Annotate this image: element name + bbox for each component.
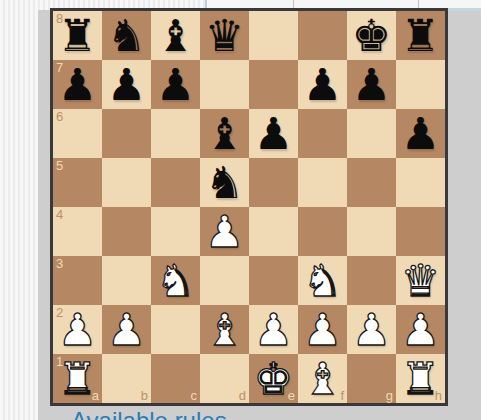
square-h1[interactable]: h♜ — [396, 354, 445, 403]
square-d3[interactable] — [200, 256, 249, 305]
square-e3[interactable] — [249, 256, 298, 305]
square-h3[interactable]: ♛ — [396, 256, 445, 305]
square-d8[interactable]: ♛ — [200, 11, 249, 60]
square-b1[interactable]: b — [102, 354, 151, 403]
square-c2[interactable] — [151, 305, 200, 354]
black-pawn-piece[interactable]: ♟ — [151, 60, 200, 109]
square-h4[interactable] — [396, 207, 445, 256]
square-c3[interactable]: ♞ — [151, 256, 200, 305]
rank-label: 6 — [56, 110, 63, 123]
black-knight-piece[interactable]: ♞ — [102, 11, 151, 60]
black-pawn-piece[interactable]: ♟ — [298, 60, 347, 109]
square-b7[interactable]: ♟ — [102, 60, 151, 109]
rank-label: 4 — [56, 208, 63, 221]
white-pawn-piece[interactable]: ♟ — [200, 207, 249, 256]
square-c8[interactable]: ♝ — [151, 11, 200, 60]
white-rook-piece[interactable]: ♜ — [53, 354, 102, 403]
available-rules-link[interactable]: Available rules — [71, 407, 227, 420]
file-label: c — [191, 389, 198, 402]
square-c6[interactable] — [151, 109, 200, 158]
black-pawn-piece[interactable]: ♟ — [53, 60, 102, 109]
square-d1[interactable]: d — [200, 354, 249, 403]
square-e7[interactable] — [249, 60, 298, 109]
black-queen-piece[interactable]: ♛ — [200, 11, 249, 60]
square-e8[interactable] — [249, 11, 298, 60]
white-pawn-piece[interactable]: ♟ — [102, 305, 151, 354]
square-d2[interactable]: ♝ — [200, 305, 249, 354]
square-a4[interactable]: 4 — [53, 207, 102, 256]
rank-label: 5 — [56, 159, 63, 172]
square-g8[interactable]: ♚ — [347, 11, 396, 60]
square-h6[interactable]: ♟ — [396, 109, 445, 158]
white-pawn-piece[interactable]: ♟ — [396, 305, 445, 354]
square-e4[interactable] — [249, 207, 298, 256]
square-h2[interactable]: ♟ — [396, 305, 445, 354]
header-column-divider — [418, 0, 419, 8]
square-e6[interactable]: ♟ — [249, 109, 298, 158]
square-b8[interactable]: ♞ — [102, 11, 151, 60]
file-label: d — [239, 389, 246, 402]
square-c5[interactable] — [151, 158, 200, 207]
square-g6[interactable] — [347, 109, 396, 158]
square-f8[interactable] — [298, 11, 347, 60]
chess-board-grid: 8♜♞♝♛♚♜7♟♟♟♟♟6♝♟♟5♞4♟3♞♞♛2♟♟♝♟♟♟♟1a♜bcde… — [53, 11, 445, 403]
square-c4[interactable] — [151, 207, 200, 256]
square-d5[interactable]: ♞ — [200, 158, 249, 207]
white-bishop-piece[interactable]: ♝ — [298, 354, 347, 403]
black-pawn-piece[interactable]: ♟ — [249, 109, 298, 158]
square-f4[interactable] — [298, 207, 347, 256]
file-label: b — [141, 389, 148, 402]
white-queen-piece[interactable]: ♛ — [396, 256, 445, 305]
square-h8[interactable]: ♜ — [396, 11, 445, 60]
square-a3[interactable]: 3 — [53, 256, 102, 305]
square-g1[interactable]: g — [347, 354, 396, 403]
left-margin-texture — [0, 0, 38, 420]
black-pawn-piece[interactable]: ♟ — [396, 109, 445, 158]
white-knight-piece[interactable]: ♞ — [298, 256, 347, 305]
square-g4[interactable] — [347, 207, 396, 256]
white-bishop-piece[interactable]: ♝ — [200, 305, 249, 354]
square-d4[interactable]: ♟ — [200, 207, 249, 256]
square-e5[interactable] — [249, 158, 298, 207]
file-label: g — [386, 389, 393, 402]
square-a8[interactable]: 8♜ — [53, 11, 102, 60]
square-a5[interactable]: 5 — [53, 158, 102, 207]
header-column-divider — [293, 0, 294, 8]
white-rook-piece[interactable]: ♜ — [396, 354, 445, 403]
square-d7[interactable] — [200, 60, 249, 109]
chess-board: 8♜♞♝♛♚♜7♟♟♟♟♟6♝♟♟5♞4♟3♞♞♛2♟♟♝♟♟♟♟1a♜bcde… — [50, 8, 448, 406]
square-a7[interactable]: 7♟ — [53, 60, 102, 109]
square-f7[interactable]: ♟ — [298, 60, 347, 109]
square-a2[interactable]: 2♟ — [53, 305, 102, 354]
square-e2[interactable]: ♟ — [249, 305, 298, 354]
black-knight-piece[interactable]: ♞ — [200, 158, 249, 207]
square-g7[interactable]: ♟ — [347, 60, 396, 109]
square-b3[interactable] — [102, 256, 151, 305]
black-rook-piece[interactable]: ♜ — [396, 11, 445, 60]
square-c7[interactable]: ♟ — [151, 60, 200, 109]
white-king-piece[interactable]: ♚ — [249, 354, 298, 403]
black-rook-piece[interactable]: ♜ — [53, 11, 102, 60]
black-bishop-piece[interactable]: ♝ — [151, 11, 200, 60]
square-e1[interactable]: e♚ — [249, 354, 298, 403]
white-pawn-piece[interactable]: ♟ — [298, 305, 347, 354]
square-c1[interactable]: c — [151, 354, 200, 403]
white-pawn-piece[interactable]: ♟ — [347, 305, 396, 354]
square-f3[interactable]: ♞ — [298, 256, 347, 305]
square-f2[interactable]: ♟ — [298, 305, 347, 354]
square-g3[interactable] — [347, 256, 396, 305]
square-f1[interactable]: f♝ — [298, 354, 347, 403]
black-pawn-piece[interactable]: ♟ — [347, 60, 396, 109]
square-f5[interactable] — [298, 158, 347, 207]
white-pawn-piece[interactable]: ♟ — [53, 305, 102, 354]
square-b5[interactable] — [102, 158, 151, 207]
black-king-piece[interactable]: ♚ — [347, 11, 396, 60]
square-a6[interactable]: 6 — [53, 109, 102, 158]
square-g2[interactable]: ♟ — [347, 305, 396, 354]
square-h5[interactable] — [396, 158, 445, 207]
black-pawn-piece[interactable]: ♟ — [102, 60, 151, 109]
square-a1[interactable]: 1a♜ — [53, 354, 102, 403]
square-b2[interactable]: ♟ — [102, 305, 151, 354]
square-f6[interactable] — [298, 109, 347, 158]
square-b4[interactable] — [102, 207, 151, 256]
rank-label: 3 — [56, 257, 63, 270]
black-bishop-piece[interactable]: ♝ — [200, 109, 249, 158]
square-h7[interactable] — [396, 60, 445, 109]
white-pawn-piece[interactable]: ♟ — [249, 305, 298, 354]
square-g5[interactable] — [347, 158, 396, 207]
white-knight-piece[interactable]: ♞ — [151, 256, 200, 305]
square-d6[interactable]: ♝ — [200, 109, 249, 158]
square-b6[interactable] — [102, 109, 151, 158]
